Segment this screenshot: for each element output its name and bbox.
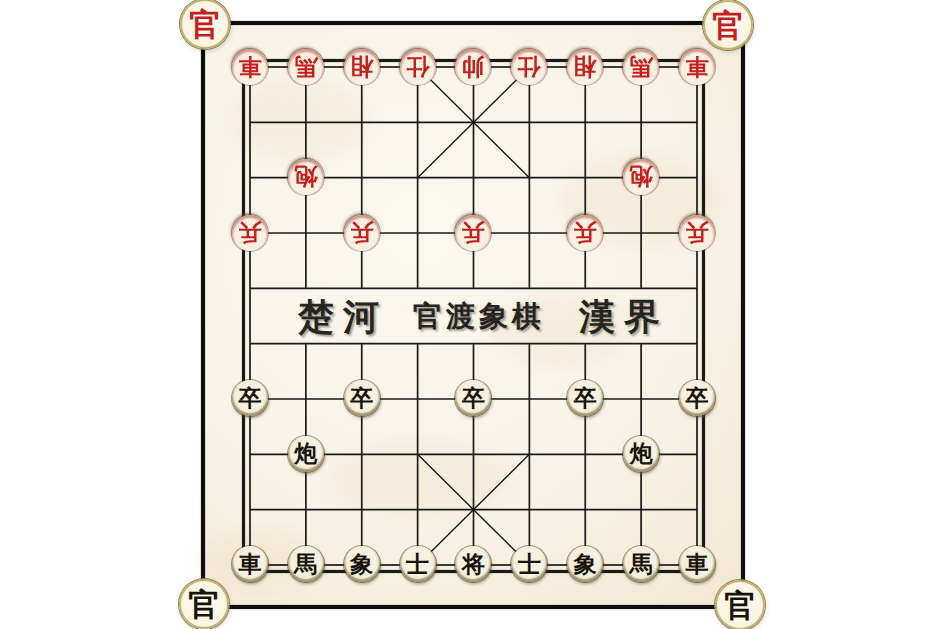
point-f0-r5[interactable]	[222, 315, 278, 370]
piece-red-soldier[interactable]: 兵	[455, 215, 491, 251]
piece-black-general[interactable]: 将	[455, 546, 491, 582]
point-f5-r5[interactable]	[501, 315, 557, 370]
point-f1-r2[interactable]: 炮	[278, 150, 334, 205]
point-f7-r2[interactable]: 炮	[613, 150, 669, 205]
piece-red-chariot[interactable]: 車	[679, 49, 715, 85]
piece-red-advisor[interactable]: 仕	[511, 49, 547, 85]
point-f4-r6[interactable]: 卒	[446, 371, 502, 426]
point-f3-r2[interactable]	[390, 150, 446, 205]
point-f3-r3[interactable]	[390, 205, 446, 260]
point-f4-r1[interactable]	[446, 94, 502, 149]
point-f7-r0[interactable]: 馬	[613, 39, 669, 94]
point-f8-r2[interactable]	[669, 150, 725, 205]
piece-red-soldier[interactable]: 兵	[344, 215, 380, 251]
point-f7-r3[interactable]	[613, 205, 669, 260]
piece-black-advisor[interactable]: 士	[511, 546, 547, 582]
point-f2-r4[interactable]	[334, 260, 390, 315]
point-f0-r4[interactable]	[222, 260, 278, 315]
point-f8-r5[interactable]	[669, 315, 725, 370]
piece-red-cannon[interactable]: 炮	[623, 159, 659, 195]
piece-black-soldier[interactable]: 卒	[567, 380, 603, 416]
point-f7-r4[interactable]	[613, 260, 669, 315]
piece-black-cannon[interactable]: 炮	[288, 436, 324, 472]
point-f8-r6[interactable]: 卒	[669, 371, 725, 426]
piece-black-chariot[interactable]: 車	[679, 546, 715, 582]
point-f8-r3[interactable]: 兵	[669, 205, 725, 260]
point-f6-r4[interactable]	[557, 260, 613, 315]
point-f6-r9[interactable]: 象	[557, 537, 613, 592]
point-f4-r5[interactable]	[446, 315, 502, 370]
point-f5-r9[interactable]: 士	[501, 537, 557, 592]
point-f7-r6[interactable]	[613, 371, 669, 426]
piece-black-horse[interactable]: 馬	[623, 546, 659, 582]
point-f3-r0[interactable]: 仕	[390, 39, 446, 94]
badge-text: 官	[189, 589, 220, 620]
point-f8-r7[interactable]	[669, 426, 725, 481]
piece-red-horse[interactable]: 馬	[623, 49, 659, 85]
piece-red-general[interactable]: 帅	[455, 49, 491, 85]
corner-badge-bottom-left: 官	[179, 579, 229, 629]
point-f1-r0[interactable]: 馬	[278, 39, 334, 94]
piece-red-advisor[interactable]: 仕	[400, 49, 436, 85]
point-f1-r8[interactable]	[278, 481, 334, 536]
point-f2-r7[interactable]	[334, 426, 390, 481]
piece-black-advisor[interactable]: 士	[400, 546, 436, 582]
point-f1-r7[interactable]: 炮	[278, 426, 334, 481]
corner-badge-bottom-right: 官	[715, 580, 765, 629]
point-f1-r6[interactable]	[278, 371, 334, 426]
point-f0-r0[interactable]: 車	[222, 39, 278, 94]
point-f5-r0[interactable]: 仕	[501, 39, 557, 94]
point-f4-r0[interactable]: 帅	[446, 39, 502, 94]
point-f4-r2[interactable]	[446, 150, 502, 205]
point-f0-r6[interactable]: 卒	[222, 371, 278, 426]
point-f5-r3[interactable]	[501, 205, 557, 260]
piece-black-chariot[interactable]: 車	[232, 546, 268, 582]
piece-black-horse[interactable]: 馬	[288, 546, 324, 582]
point-f6-r3[interactable]: 兵	[557, 205, 613, 260]
point-f0-r8[interactable]	[222, 481, 278, 536]
point-f8-r9[interactable]: 車	[669, 537, 725, 592]
point-f2-r9[interactable]: 象	[334, 537, 390, 592]
badge-text: 官	[713, 10, 744, 41]
point-f8-r1[interactable]	[669, 94, 725, 149]
point-f5-r2[interactable]	[501, 150, 557, 205]
corner-badge-top-right: 官	[703, 0, 753, 50]
point-f7-r5[interactable]	[613, 315, 669, 370]
badge-text: 官	[725, 590, 756, 621]
point-f4-r9[interactable]: 将	[446, 537, 502, 592]
point-f0-r7[interactable]	[222, 426, 278, 481]
point-f3-r5[interactable]	[390, 315, 446, 370]
point-f7-r8[interactable]	[613, 481, 669, 536]
piece-black-soldier[interactable]: 卒	[344, 380, 380, 416]
badge-text: 官	[190, 9, 221, 40]
point-f1-r4[interactable]	[278, 260, 334, 315]
corner-badge-top-left: 官	[180, 0, 230, 49]
piece-red-soldier[interactable]: 兵	[567, 215, 603, 251]
point-f5-r4[interactable]	[501, 260, 557, 315]
point-f4-r7[interactable]	[446, 426, 502, 481]
point-f7-r1[interactable]	[613, 94, 669, 149]
piece-red-horse[interactable]: 馬	[288, 49, 324, 85]
piece-black-cannon[interactable]: 炮	[623, 436, 659, 472]
point-f2-r5[interactable]	[334, 315, 390, 370]
point-f6-r1[interactable]	[557, 94, 613, 149]
piece-red-elephant[interactable]: 相	[567, 49, 603, 85]
point-f0-r9[interactable]: 車	[222, 537, 278, 592]
point-f1-r5[interactable]	[278, 315, 334, 370]
piece-black-elephant[interactable]: 象	[344, 546, 380, 582]
piece-red-elephant[interactable]: 相	[344, 49, 380, 85]
point-f7-r9[interactable]: 馬	[613, 537, 669, 592]
xiangqi-board: 車馬相仕帅仕相馬車炮炮兵兵兵兵兵卒卒卒卒卒炮炮車馬象士将士象馬車	[222, 39, 725, 592]
point-f3-r9[interactable]: 士	[390, 537, 446, 592]
point-f8-r8[interactable]	[669, 481, 725, 536]
point-f2-r6[interactable]: 卒	[334, 371, 390, 426]
point-f0-r1[interactable]	[222, 94, 278, 149]
point-f6-r8[interactable]	[557, 481, 613, 536]
point-f5-r1[interactable]	[501, 94, 557, 149]
point-f3-r6[interactable]	[390, 371, 446, 426]
point-f0-r3[interactable]: 兵	[222, 205, 278, 260]
point-f3-r1[interactable]	[390, 94, 446, 149]
point-f2-r3[interactable]: 兵	[334, 205, 390, 260]
point-f5-r8[interactable]	[501, 481, 557, 536]
piece-black-soldier[interactable]: 卒	[232, 380, 268, 416]
point-f1-r9[interactable]: 馬	[278, 537, 334, 592]
point-f2-r0[interactable]: 相	[334, 39, 390, 94]
point-f6-r0[interactable]: 相	[557, 39, 613, 94]
point-f3-r7[interactable]	[390, 426, 446, 481]
point-f1-r1[interactable]	[278, 94, 334, 149]
piece-red-cannon[interactable]: 炮	[288, 159, 324, 195]
point-f1-r3[interactable]	[278, 205, 334, 260]
point-f5-r6[interactable]	[501, 371, 557, 426]
piece-black-soldier[interactable]: 卒	[679, 380, 715, 416]
point-f2-r8[interactable]	[334, 481, 390, 536]
point-f6-r7[interactable]	[557, 426, 613, 481]
piece-red-soldier[interactable]: 兵	[232, 215, 268, 251]
point-f0-r2[interactable]	[222, 150, 278, 205]
point-f6-r2[interactable]	[557, 150, 613, 205]
point-f2-r1[interactable]	[334, 94, 390, 149]
point-f7-r7[interactable]: 炮	[613, 426, 669, 481]
piece-red-soldier[interactable]: 兵	[679, 215, 715, 251]
point-f4-r3[interactable]: 兵	[446, 205, 502, 260]
point-f4-r8[interactable]	[446, 481, 502, 536]
xiangqi-screenshot: 楚河 官渡象棋 漢界 官 官 官 官 車馬相仕帅仕相馬車炮炮兵兵兵兵兵卒卒卒卒卒…	[0, 0, 944, 629]
point-f8-r4[interactable]	[669, 260, 725, 315]
point-f3-r4[interactable]	[390, 260, 446, 315]
point-f4-r4[interactable]	[446, 260, 502, 315]
piece-black-elephant[interactable]: 象	[567, 546, 603, 582]
point-f6-r6[interactable]: 卒	[557, 371, 613, 426]
point-f6-r5[interactable]	[557, 315, 613, 370]
point-f2-r2[interactable]	[334, 150, 390, 205]
point-f3-r8[interactable]	[390, 481, 446, 536]
piece-red-chariot[interactable]: 車	[232, 49, 268, 85]
point-f5-r7[interactable]	[501, 426, 557, 481]
piece-black-soldier[interactable]: 卒	[455, 380, 491, 416]
